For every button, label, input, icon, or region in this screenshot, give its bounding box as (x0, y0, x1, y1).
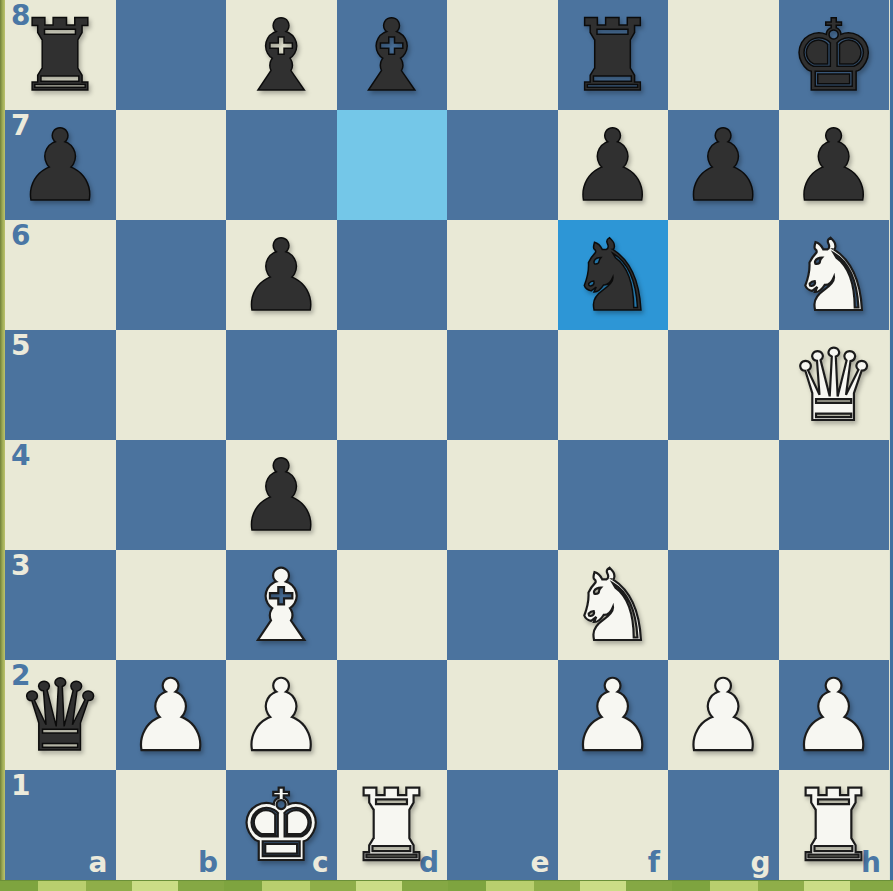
rank-label-6: 6 (11, 222, 30, 250)
square-e5[interactable] (447, 330, 558, 440)
square-e8[interactable] (447, 0, 558, 110)
board-left-edge (0, 0, 5, 880)
piece-white-knight[interactable]: ♞ (568, 556, 657, 655)
rank-label-5: 5 (11, 332, 30, 360)
square-f3[interactable]: ♞ (558, 550, 669, 660)
square-f6[interactable]: ♞ (558, 220, 669, 330)
piece-black-pawn[interactable]: ♟ (16, 116, 105, 215)
square-g3[interactable] (668, 550, 779, 660)
square-d8[interactable]: ♝ (337, 0, 448, 110)
square-c3[interactable]: ♝ (226, 550, 337, 660)
square-b4[interactable] (116, 440, 227, 550)
square-f1[interactable]: f (558, 770, 669, 880)
piece-white-bishop[interactable]: ♝ (237, 556, 326, 655)
square-e4[interactable] (447, 440, 558, 550)
square-c4[interactable]: ♟ (226, 440, 337, 550)
square-g2[interactable]: ♟ (668, 660, 779, 770)
file-label-b: b (198, 849, 218, 877)
piece-black-bishop[interactable]: ♝ (237, 6, 326, 105)
square-c7[interactable] (226, 110, 337, 220)
square-c6[interactable]: ♟ (226, 220, 337, 330)
square-h1[interactable]: h♜ (779, 770, 890, 880)
file-label-g: g (750, 849, 770, 877)
square-b5[interactable] (116, 330, 227, 440)
square-f8[interactable]: ♜ (558, 0, 669, 110)
square-a2[interactable]: 2♛ (5, 660, 116, 770)
piece-black-knight[interactable]: ♞ (568, 226, 657, 325)
square-d5[interactable] (337, 330, 448, 440)
square-g4[interactable] (668, 440, 779, 550)
square-d6[interactable] (337, 220, 448, 330)
file-label-a: a (89, 849, 108, 877)
piece-black-queen[interactable]: ♛ (16, 666, 105, 765)
square-e1[interactable]: e (447, 770, 558, 880)
rank-label-4: 4 (11, 442, 30, 470)
square-a1[interactable]: 1a (5, 770, 116, 880)
square-e6[interactable] (447, 220, 558, 330)
square-b3[interactable] (116, 550, 227, 660)
piece-black-rook[interactable]: ♜ (568, 6, 657, 105)
square-e2[interactable] (447, 660, 558, 770)
piece-black-bishop[interactable]: ♝ (347, 6, 436, 105)
square-d4[interactable] (337, 440, 448, 550)
piece-white-queen[interactable]: ♛ (789, 336, 878, 435)
rank-label-3: 3 (11, 552, 30, 580)
file-label-f: f (648, 849, 660, 877)
square-d2[interactable] (337, 660, 448, 770)
square-a3[interactable]: 3 (5, 550, 116, 660)
square-g5[interactable] (668, 330, 779, 440)
square-b6[interactable] (116, 220, 227, 330)
square-h8[interactable]: ♚ (779, 0, 890, 110)
square-a8[interactable]: 8♜ (5, 0, 116, 110)
square-a6[interactable]: 6 (5, 220, 116, 330)
piece-black-rook[interactable]: ♜ (16, 6, 105, 105)
square-g6[interactable] (668, 220, 779, 330)
chess-board: 8♜♝♝♜♚7♟♟♟♟6♟♞♞5♛4♟3♝♞2♛♟♟♟♟♟1abc♚d♜efgh… (5, 0, 889, 880)
square-h7[interactable]: ♟ (779, 110, 890, 220)
square-e3[interactable] (447, 550, 558, 660)
piece-black-king[interactable]: ♚ (789, 6, 878, 105)
square-f2[interactable]: ♟ (558, 660, 669, 770)
piece-white-pawn[interactable]: ♟ (679, 666, 768, 765)
file-label-e: e (531, 849, 550, 877)
piece-black-pawn[interactable]: ♟ (789, 116, 878, 215)
square-g7[interactable]: ♟ (668, 110, 779, 220)
piece-black-pawn[interactable]: ♟ (679, 116, 768, 215)
board-right-edge (889, 0, 893, 880)
square-e7[interactable] (447, 110, 558, 220)
piece-white-pawn[interactable]: ♟ (789, 666, 878, 765)
piece-black-pawn[interactable]: ♟ (237, 446, 326, 545)
square-c2[interactable]: ♟ (226, 660, 337, 770)
square-h4[interactable] (779, 440, 890, 550)
square-f5[interactable] (558, 330, 669, 440)
square-a4[interactable]: 4 (5, 440, 116, 550)
square-a7[interactable]: 7♟ (5, 110, 116, 220)
square-h6[interactable]: ♞ (779, 220, 890, 330)
square-c5[interactable] (226, 330, 337, 440)
square-f7[interactable]: ♟ (558, 110, 669, 220)
square-b1[interactable]: b (116, 770, 227, 880)
square-d3[interactable] (337, 550, 448, 660)
piece-black-pawn[interactable]: ♟ (568, 116, 657, 215)
square-g8[interactable] (668, 0, 779, 110)
piece-white-king[interactable]: ♚ (237, 776, 326, 875)
piece-white-rook[interactable]: ♜ (789, 776, 878, 875)
piece-white-pawn[interactable]: ♟ (568, 666, 657, 765)
square-d1[interactable]: d♜ (337, 770, 448, 880)
square-c1[interactable]: c♚ (226, 770, 337, 880)
piece-white-rook[interactable]: ♜ (347, 776, 436, 875)
piece-black-pawn[interactable]: ♟ (237, 226, 326, 325)
square-d7[interactable] (337, 110, 448, 220)
rank-label-1: 1 (11, 772, 30, 800)
piece-white-knight[interactable]: ♞ (789, 226, 878, 325)
piece-white-pawn[interactable]: ♟ (126, 666, 215, 765)
square-c8[interactable]: ♝ (226, 0, 337, 110)
square-b7[interactable] (116, 110, 227, 220)
square-b2[interactable]: ♟ (116, 660, 227, 770)
square-f4[interactable] (558, 440, 669, 550)
square-g1[interactable]: g (668, 770, 779, 880)
square-h5[interactable]: ♛ (779, 330, 890, 440)
square-b8[interactable] (116, 0, 227, 110)
piece-white-pawn[interactable]: ♟ (237, 666, 326, 765)
chess-app-window: 8♜♝♝♜♚7♟♟♟♟6♟♞♞5♛4♟3♝♞2♛♟♟♟♟♟1abc♚d♜efgh… (0, 0, 893, 891)
square-h2[interactable]: ♟ (779, 660, 890, 770)
grass-background (0, 880, 893, 891)
square-h3[interactable] (779, 550, 890, 660)
square-a5[interactable]: 5 (5, 330, 116, 440)
